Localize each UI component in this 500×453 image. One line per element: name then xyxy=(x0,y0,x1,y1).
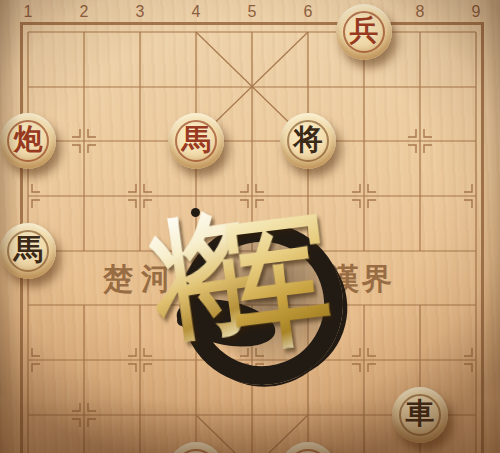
piece-engraved-ring xyxy=(287,449,329,453)
column-label-9: 9 xyxy=(467,3,485,21)
piece-black-chariot[interactable]: 車 xyxy=(392,387,448,443)
column-label-3: 3 xyxy=(131,3,149,21)
xiangqi-board[interactable]: 123456789 楚河 漢界 兵炮馬将馬車 将 军 xyxy=(0,0,500,453)
piece-character: 馬 xyxy=(0,222,56,278)
column-label-5: 5 xyxy=(243,3,261,21)
piece-character: 炮 xyxy=(0,112,56,168)
column-label-1: 1 xyxy=(19,3,37,21)
check-announcement-char-jun: 军 xyxy=(222,207,337,356)
piece-black-general[interactable]: 将 xyxy=(280,113,336,169)
column-label-4: 4 xyxy=(187,3,205,21)
piece-character: 将 xyxy=(280,112,336,168)
piece-character: 馬 xyxy=(168,112,224,168)
piece-character: 車 xyxy=(392,386,448,442)
piece-engraved-ring xyxy=(175,449,217,453)
piece-red-soldier[interactable]: 兵 xyxy=(336,4,392,60)
piece-red-cannon[interactable]: 炮 xyxy=(0,113,56,169)
column-label-8: 8 xyxy=(411,3,429,21)
piece-red-horse[interactable]: 馬 xyxy=(168,113,224,169)
piece-character: 兵 xyxy=(336,3,392,59)
column-label-2: 2 xyxy=(75,3,93,21)
column-label-6: 6 xyxy=(299,3,317,21)
piece-black-horse[interactable]: 馬 xyxy=(0,223,56,279)
